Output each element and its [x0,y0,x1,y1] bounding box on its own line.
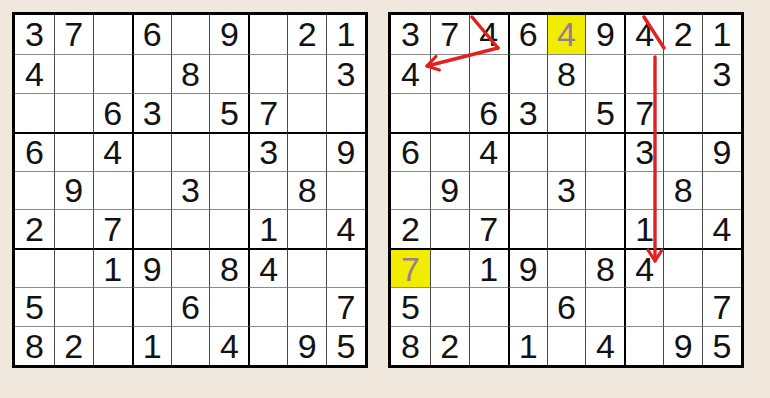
cell-right-r1c2[interactable]: 7 [430,15,469,54]
cell-left-r2c7[interactable] [248,54,287,93]
cell-left-r9c3[interactable] [93,326,132,365]
cell-left-r6c5[interactable] [171,209,210,248]
cell-left-r8c5[interactable]: 6 [171,287,210,326]
cell-right-r8c6[interactable] [585,287,624,326]
cell-right-r4c5[interactable] [547,132,586,171]
cell-right-r7c8[interactable] [663,248,702,287]
cell-right-r5c1[interactable] [391,171,430,210]
cell-right-r7c7[interactable]: 4 [624,248,663,287]
cell-right-r7c1[interactable]: 7 [391,248,430,287]
cell-right-r9c6[interactable]: 4 [585,326,624,365]
cell-left-r4c9[interactable]: 9 [326,132,365,171]
cell-right-r7c9[interactable] [702,248,741,287]
cell-right-r9c1[interactable]: 8 [391,326,430,365]
cell-right-r7c3[interactable]: 1 [469,248,508,287]
cell-left-r5c2[interactable]: 9 [54,171,93,210]
cell-right-r8c7[interactable] [624,287,663,326]
cell-left-r4c7[interactable]: 3 [248,132,287,171]
cell-right-r5c9[interactable] [702,171,741,210]
cell-left-r7c6[interactable]: 8 [209,248,248,287]
cell-left-r7c8[interactable] [287,248,326,287]
cell-left-r6c1[interactable]: 2 [15,209,54,248]
cell-right-r1c5[interactable]: 4 [547,15,586,54]
cell-left-r8c6[interactable] [209,287,248,326]
cell-right-r4c8[interactable] [663,132,702,171]
cell-left-r6c3[interactable]: 7 [93,209,132,248]
cell-right-r2c8[interactable] [663,54,702,93]
cell-right-r6c8[interactable] [663,209,702,248]
cell-left-r9c4[interactable]: 1 [132,326,171,365]
cell-right-r4c6[interactable] [585,132,624,171]
cell-right-r3c9[interactable] [702,93,741,132]
cell-right-r1c1[interactable]: 3 [391,15,430,54]
cell-left-r3c9[interactable] [326,93,365,132]
cell-left-r3c2[interactable] [54,93,93,132]
cell-right-r1c6[interactable]: 9 [585,15,624,54]
cell-left-r8c1[interactable]: 5 [15,287,54,326]
cell-left-r3c4[interactable]: 3 [132,93,171,132]
cell-right-r2c2[interactable] [430,54,469,93]
cell-right-r8c1[interactable]: 5 [391,287,430,326]
cell-left-r8c9[interactable]: 7 [326,287,365,326]
cell-left-r4c3[interactable]: 4 [93,132,132,171]
cell-right-r8c9[interactable]: 7 [702,287,741,326]
cell-right-r6c4[interactable] [508,209,547,248]
cell-right-r7c5[interactable] [547,248,586,287]
cell-left-r1c6[interactable]: 9 [209,15,248,54]
cell-left-r8c7[interactable] [248,287,287,326]
cell-left-r8c3[interactable] [93,287,132,326]
cell-left-r8c8[interactable] [287,287,326,326]
cell-left-r1c4[interactable]: 6 [132,15,171,54]
cell-right-r2c4[interactable] [508,54,547,93]
cell-right-r9c2[interactable]: 2 [430,326,469,365]
sudoku-grid-annotated: 3746494214836357643993827147198456782149… [388,12,744,368]
cell-left-r5c6[interactable] [209,171,248,210]
cell-right-r3c8[interactable] [663,93,702,132]
cell-right-r2c7[interactable] [624,54,663,93]
cell-right-r5c4[interactable] [508,171,547,210]
cell-left-r8c2[interactable] [54,287,93,326]
cell-left-r2c6[interactable] [209,54,248,93]
cell-right-r1c4[interactable]: 6 [508,15,547,54]
cell-right-r9c4[interactable]: 1 [508,326,547,365]
cell-left-r7c4[interactable]: 9 [132,248,171,287]
cell-right-r9c9[interactable]: 5 [702,326,741,365]
cell-left-r1c7[interactable] [248,15,287,54]
cell-left-r3c7[interactable]: 7 [248,93,287,132]
cell-right-r5c8[interactable]: 8 [663,171,702,210]
cell-right-r3c3[interactable]: 6 [469,93,508,132]
cell-left-r5c9[interactable] [326,171,365,210]
cell-left-r4c6[interactable] [209,132,248,171]
cell-right-r4c9[interactable]: 9 [702,132,741,171]
cell-left-r3c6[interactable]: 5 [209,93,248,132]
cell-right-r8c4[interactable] [508,287,547,326]
cell-left-r5c1[interactable] [15,171,54,210]
cell-right-r7c6[interactable]: 8 [585,248,624,287]
cell-right-r3c4[interactable]: 3 [508,93,547,132]
cell-right-r2c6[interactable] [585,54,624,93]
cell-right-r1c9[interactable]: 1 [702,15,741,54]
cell-left-r7c7[interactable]: 4 [248,248,287,287]
cell-right-r7c4[interactable]: 9 [508,248,547,287]
cell-left-r1c9[interactable]: 1 [326,15,365,54]
cell-left-r2c5[interactable]: 8 [171,54,210,93]
cell-left-r5c4[interactable] [132,171,171,210]
cell-right-r9c7[interactable] [624,326,663,365]
cell-left-r3c1[interactable] [15,93,54,132]
cell-left-r4c1[interactable]: 6 [15,132,54,171]
cell-right-r1c8[interactable]: 2 [663,15,702,54]
cell-left-r7c1[interactable] [15,248,54,287]
cell-right-r3c6[interactable]: 5 [585,93,624,132]
cell-right-r7c2[interactable] [430,248,469,287]
cell-right-r3c7[interactable]: 7 [624,93,663,132]
cell-right-r2c5[interactable]: 8 [547,54,586,93]
cell-left-r1c3[interactable] [93,15,132,54]
cell-right-r9c3[interactable] [469,326,508,365]
cell-right-r1c3[interactable]: 4 [469,15,508,54]
cell-left-r2c4[interactable] [132,54,171,93]
cell-left-r2c2[interactable] [54,54,93,93]
cell-right-r5c5[interactable]: 3 [547,171,586,210]
cell-left-r1c8[interactable]: 2 [287,15,326,54]
cell-right-r6c6[interactable] [585,209,624,248]
sudoku-tutorial-page: 3769214836357643993827141984567821495 37… [0,0,770,398]
cell-left-r6c7[interactable]: 1 [248,209,287,248]
cell-left-r2c1[interactable]: 4 [15,54,54,93]
cell-left-r5c5[interactable]: 3 [171,171,210,210]
cell-left-r3c3[interactable]: 6 [93,93,132,132]
cell-left-r6c2[interactable] [54,209,93,248]
cell-right-r6c3[interactable]: 7 [469,209,508,248]
cell-right-r5c3[interactable] [469,171,508,210]
cell-left-r9c1[interactable]: 8 [15,326,54,365]
cell-right-r3c1[interactable] [391,93,430,132]
cell-right-r8c5[interactable]: 6 [547,287,586,326]
cell-right-r9c5[interactable] [547,326,586,365]
cell-left-r1c1[interactable]: 3 [15,15,54,54]
cell-right-r3c5[interactable] [547,93,586,132]
cell-right-r2c9[interactable]: 3 [702,54,741,93]
cell-right-r6c1[interactable]: 2 [391,209,430,248]
cell-right-r8c2[interactable] [430,287,469,326]
cell-left-r3c5[interactable] [171,93,210,132]
cell-left-r7c2[interactable] [54,248,93,287]
cell-left-r7c3[interactable]: 1 [93,248,132,287]
cell-left-r1c2[interactable]: 7 [54,15,93,54]
cell-right-r6c9[interactable]: 4 [702,209,741,248]
cell-right-r8c8[interactable] [663,287,702,326]
cell-right-r8c3[interactable] [469,287,508,326]
cell-right-r4c4[interactable] [508,132,547,171]
cell-left-r9c7[interactable] [248,326,287,365]
cell-left-r4c2[interactable] [54,132,93,171]
cell-right-r1c7[interactable]: 4 [624,15,663,54]
sudoku-grid-original: 3769214836357643993827141984567821495 [12,12,368,368]
cell-left-r4c4[interactable] [132,132,171,171]
cell-left-r2c3[interactable] [93,54,132,93]
cell-left-r6c4[interactable] [132,209,171,248]
cell-left-r9c6[interactable]: 4 [209,326,248,365]
cell-right-r2c3[interactable] [469,54,508,93]
cell-left-r8c4[interactable] [132,287,171,326]
cell-left-r5c3[interactable] [93,171,132,210]
cell-right-r3c2[interactable] [430,93,469,132]
cell-left-r9c2[interactable]: 2 [54,326,93,365]
cell-left-r1c5[interactable] [171,15,210,54]
cell-left-r9c9[interactable]: 5 [326,326,365,365]
cell-left-r6c8[interactable] [287,209,326,248]
cell-right-r6c7[interactable]: 1 [624,209,663,248]
cell-left-r4c8[interactable] [287,132,326,171]
cell-right-r5c2[interactable]: 9 [430,171,469,210]
cell-right-r4c7[interactable]: 3 [624,132,663,171]
cell-left-r7c5[interactable] [171,248,210,287]
cell-left-r5c7[interactable] [248,171,287,210]
cell-right-r2c1[interactable]: 4 [391,54,430,93]
cell-left-r5c8[interactable]: 8 [287,171,326,210]
cell-left-r3c8[interactable] [287,93,326,132]
cell-left-r4c5[interactable] [171,132,210,171]
cell-right-r4c2[interactable] [430,132,469,171]
cell-right-r6c2[interactable] [430,209,469,248]
cell-left-r9c5[interactable] [171,326,210,365]
cell-right-r9c8[interactable]: 9 [663,326,702,365]
cell-left-r2c8[interactable] [287,54,326,93]
cell-right-r5c6[interactable] [585,171,624,210]
cell-right-r4c3[interactable]: 4 [469,132,508,171]
cell-left-r6c9[interactable]: 4 [326,209,365,248]
cell-left-r2c9[interactable]: 3 [326,54,365,93]
cell-left-r6c6[interactable] [209,209,248,248]
cell-right-r4c1[interactable]: 6 [391,132,430,171]
cell-right-r5c7[interactable] [624,171,663,210]
cell-right-r6c5[interactable] [547,209,586,248]
cell-left-r7c9[interactable] [326,248,365,287]
cell-left-r9c8[interactable]: 9 [287,326,326,365]
